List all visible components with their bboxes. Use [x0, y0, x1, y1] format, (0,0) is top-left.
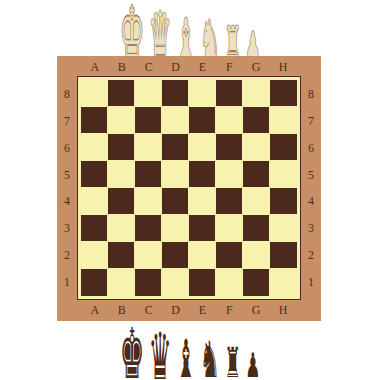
- square-g4[interactable]: [243, 188, 269, 214]
- rank-label-7: 7: [301, 107, 321, 134]
- square-h1[interactable]: [270, 269, 296, 295]
- square-g3[interactable]: [243, 215, 269, 241]
- square-c3[interactable]: [135, 215, 161, 241]
- square-a3[interactable]: [81, 215, 107, 241]
- square-f2[interactable]: [216, 242, 242, 268]
- square-h5[interactable]: [270, 161, 296, 187]
- black-knight-piece[interactable]: ♞: [200, 335, 221, 380]
- square-b8[interactable]: [108, 80, 134, 106]
- square-b2[interactable]: [108, 242, 134, 268]
- square-f8[interactable]: [216, 80, 242, 106]
- square-g5[interactable]: [243, 161, 269, 187]
- black-pawn-piece[interactable]: ♟: [245, 349, 260, 380]
- rank-label-6: 6: [57, 134, 77, 161]
- chessboard-scene: ♚♛♝♞♜♟ ABCDEFGH ABCDEFGH 87654321 876543…: [0, 0, 380, 380]
- square-e8[interactable]: [189, 80, 215, 106]
- white-pieces-tray: ♚♛♝♞♜♟: [0, 0, 380, 55]
- file-label-b: B: [108, 59, 135, 74]
- square-f4[interactable]: [216, 188, 242, 214]
- square-g7[interactable]: [243, 107, 269, 133]
- square-d1[interactable]: [162, 269, 188, 295]
- square-b5[interactable]: [108, 161, 134, 187]
- square-b6[interactable]: [108, 134, 134, 160]
- square-a5[interactable]: [81, 161, 107, 187]
- black-bishop-piece[interactable]: ♝: [176, 334, 196, 380]
- square-h6[interactable]: [270, 134, 296, 160]
- square-h2[interactable]: [270, 242, 296, 268]
- square-a7[interactable]: [81, 107, 107, 133]
- file-labels-bottom: ABCDEFGH: [82, 302, 297, 317]
- square-c7[interactable]: [135, 107, 161, 133]
- square-b7[interactable]: [108, 107, 134, 133]
- file-label-g: G: [243, 302, 270, 317]
- square-a2[interactable]: [81, 242, 107, 268]
- square-e1[interactable]: [189, 269, 215, 295]
- rank-label-6: 6: [301, 134, 321, 161]
- square-d5[interactable]: [162, 161, 188, 187]
- square-d7[interactable]: [162, 107, 188, 133]
- square-a1[interactable]: [81, 269, 107, 295]
- file-label-a: A: [82, 59, 109, 74]
- square-d8[interactable]: [162, 80, 188, 106]
- square-c5[interactable]: [135, 161, 161, 187]
- black-queen-piece[interactable]: ♛: [149, 324, 172, 380]
- square-a8[interactable]: [81, 80, 107, 106]
- file-label-c: C: [135, 59, 162, 74]
- file-label-f: F: [216, 302, 243, 317]
- square-h7[interactable]: [270, 107, 296, 133]
- black-king-piece[interactable]: ♚: [119, 320, 144, 380]
- black-rook-piece[interactable]: ♜: [224, 343, 241, 380]
- rank-label-1: 1: [57, 269, 77, 296]
- square-f6[interactable]: [216, 134, 242, 160]
- square-h3[interactable]: [270, 215, 296, 241]
- rank-label-5: 5: [301, 161, 321, 188]
- rank-label-7: 7: [57, 107, 77, 134]
- board-grid: [81, 80, 297, 296]
- file-label-f: F: [216, 59, 243, 74]
- square-c1[interactable]: [135, 269, 161, 295]
- square-h4[interactable]: [270, 188, 296, 214]
- square-b4[interactable]: [108, 188, 134, 214]
- file-label-d: D: [162, 59, 189, 74]
- file-label-e: E: [189, 302, 216, 317]
- square-f7[interactable]: [216, 107, 242, 133]
- square-g1[interactable]: [243, 269, 269, 295]
- square-e4[interactable]: [189, 188, 215, 214]
- rank-labels-left: 87654321: [57, 81, 77, 296]
- file-label-d: D: [162, 302, 189, 317]
- file-labels-top: ABCDEFGH: [82, 59, 297, 74]
- square-d4[interactable]: [162, 188, 188, 214]
- rank-label-1: 1: [301, 269, 321, 296]
- black-pieces-tray: ♚♛♝♞♜♟: [0, 322, 380, 376]
- file-label-h: H: [270, 302, 297, 317]
- square-d6[interactable]: [162, 134, 188, 160]
- square-b3[interactable]: [108, 215, 134, 241]
- rank-label-8: 8: [57, 81, 77, 108]
- square-e7[interactable]: [189, 107, 215, 133]
- square-f5[interactable]: [216, 161, 242, 187]
- square-e5[interactable]: [189, 161, 215, 187]
- square-e2[interactable]: [189, 242, 215, 268]
- chessboard-frame: ABCDEFGH ABCDEFGH 87654321 87654321: [57, 56, 321, 321]
- board-inner: [77, 76, 301, 300]
- rank-label-2: 2: [301, 242, 321, 269]
- square-c2[interactable]: [135, 242, 161, 268]
- square-f3[interactable]: [216, 215, 242, 241]
- rank-label-8: 8: [301, 81, 321, 108]
- square-e3[interactable]: [189, 215, 215, 241]
- square-d3[interactable]: [162, 215, 188, 241]
- square-d2[interactable]: [162, 242, 188, 268]
- file-label-h: H: [270, 59, 297, 74]
- file-label-a: A: [82, 302, 109, 317]
- square-c4[interactable]: [135, 188, 161, 214]
- square-g6[interactable]: [243, 134, 269, 160]
- square-c8[interactable]: [135, 80, 161, 106]
- square-e6[interactable]: [189, 134, 215, 160]
- rank-label-5: 5: [57, 161, 77, 188]
- rank-labels-right: 87654321: [301, 81, 321, 296]
- square-a4[interactable]: [81, 188, 107, 214]
- rank-label-3: 3: [301, 215, 321, 242]
- square-c6[interactable]: [135, 134, 161, 160]
- square-h8[interactable]: [270, 80, 296, 106]
- rank-label-3: 3: [57, 215, 77, 242]
- square-a6[interactable]: [81, 134, 107, 160]
- rank-label-4: 4: [57, 188, 77, 215]
- square-g8[interactable]: [243, 80, 269, 106]
- square-f1[interactable]: [216, 269, 242, 295]
- square-g2[interactable]: [243, 242, 269, 268]
- file-label-e: E: [189, 59, 216, 74]
- square-b1[interactable]: [108, 269, 134, 295]
- rank-label-2: 2: [57, 242, 77, 269]
- file-label-g: G: [243, 59, 270, 74]
- rank-label-4: 4: [301, 188, 321, 215]
